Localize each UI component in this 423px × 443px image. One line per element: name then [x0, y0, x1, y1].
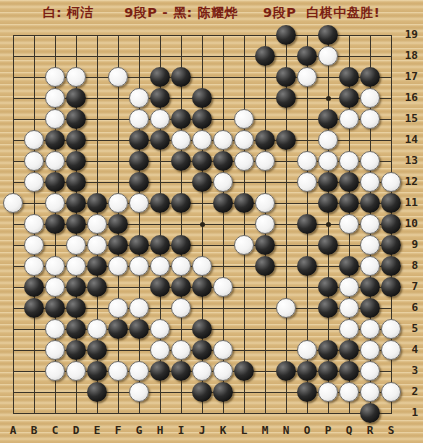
- black-stone-P4[interactable]: [318, 340, 338, 360]
- black-stone-O18[interactable]: [297, 46, 317, 66]
- black-stone-N19[interactable]: [276, 25, 296, 45]
- black-stone-O3[interactable]: [297, 361, 317, 381]
- black-stone-D14[interactable]: [66, 130, 86, 150]
- white-stone-F8[interactable]: [108, 256, 128, 276]
- black-stone-D7[interactable]: [66, 277, 86, 297]
- black-stone-M14[interactable]: [255, 130, 275, 150]
- white-stone-L14[interactable]: [234, 130, 254, 150]
- black-stone-D12[interactable]: [66, 172, 86, 192]
- white-stone-R8[interactable]: [360, 256, 380, 276]
- white-stone-D9[interactable]: [66, 235, 86, 255]
- white-stone-G8[interactable]: [129, 256, 149, 276]
- black-stone-J12[interactable]: [192, 172, 212, 192]
- black-stone-O2[interactable]: [297, 382, 317, 402]
- white-stone-I8[interactable]: [171, 256, 191, 276]
- black-stone-I3[interactable]: [171, 361, 191, 381]
- column-label-O: O: [297, 424, 317, 437]
- white-stone-Q7[interactable]: [339, 277, 359, 297]
- white-stone-G6[interactable]: [129, 298, 149, 318]
- black-stone-B7[interactable]: [24, 277, 44, 297]
- white-stone-C17[interactable]: [45, 67, 65, 87]
- white-stone-C4[interactable]: [45, 340, 65, 360]
- black-stone-K11[interactable]: [213, 193, 233, 213]
- row-label-10: 10: [400, 217, 418, 230]
- black-stone-C14[interactable]: [45, 130, 65, 150]
- column-label-D: D: [66, 424, 86, 437]
- white-stone-L15[interactable]: [234, 109, 254, 129]
- black-stone-D6[interactable]: [66, 298, 86, 318]
- column-label-A: A: [3, 424, 23, 437]
- white-stone-S5[interactable]: [381, 319, 401, 339]
- white-stone-I14[interactable]: [171, 130, 191, 150]
- grid-line-horizontal: [13, 413, 392, 414]
- black-stone-M18[interactable]: [255, 46, 275, 66]
- black-stone-K2[interactable]: [213, 382, 233, 402]
- white-stone-B14[interactable]: [24, 130, 44, 150]
- white-stone-A11[interactable]: [3, 193, 23, 213]
- black-stone-E8[interactable]: [87, 256, 107, 276]
- black-stone-Q12[interactable]: [339, 172, 359, 192]
- column-label-P: P: [318, 424, 338, 437]
- white-stone-Q13[interactable]: [339, 151, 359, 171]
- black-stone-R17[interactable]: [360, 67, 380, 87]
- black-stone-I17[interactable]: [171, 67, 191, 87]
- white-stone-C3[interactable]: [45, 361, 65, 381]
- white-stone-B13[interactable]: [24, 151, 44, 171]
- white-stone-L13[interactable]: [234, 151, 254, 171]
- black-stone-G5[interactable]: [129, 319, 149, 339]
- black-stone-G13[interactable]: [129, 151, 149, 171]
- black-stone-S10[interactable]: [381, 214, 401, 234]
- row-label-9: 9: [400, 238, 418, 251]
- row-label-7: 7: [400, 280, 418, 293]
- black-stone-N16[interactable]: [276, 88, 296, 108]
- white-stone-R4[interactable]: [360, 340, 380, 360]
- black-stone-S7[interactable]: [381, 277, 401, 297]
- row-label-17: 17: [400, 70, 418, 83]
- row-label-14: 14: [400, 133, 418, 146]
- column-label-H: H: [150, 424, 170, 437]
- white-stone-B10[interactable]: [24, 214, 44, 234]
- black-stone-F9[interactable]: [108, 235, 128, 255]
- white-stone-B12[interactable]: [24, 172, 44, 192]
- white-stone-F17[interactable]: [108, 67, 128, 87]
- white-stone-R15[interactable]: [360, 109, 380, 129]
- white-stone-I4[interactable]: [171, 340, 191, 360]
- row-label-12: 12: [400, 175, 418, 188]
- black-stone-Q8[interactable]: [339, 256, 359, 276]
- black-stone-R6[interactable]: [360, 298, 380, 318]
- white-stone-B9[interactable]: [24, 235, 44, 255]
- column-label-C: C: [45, 424, 65, 437]
- row-label-1: 1: [400, 406, 418, 419]
- white-stone-G16[interactable]: [129, 88, 149, 108]
- black-stone-M8[interactable]: [255, 256, 275, 276]
- row-label-13: 13: [400, 154, 418, 167]
- black-stone-I13[interactable]: [171, 151, 191, 171]
- white-stone-D3[interactable]: [66, 361, 86, 381]
- row-label-4: 4: [400, 343, 418, 356]
- black-stone-Q4[interactable]: [339, 340, 359, 360]
- black-stone-B6[interactable]: [24, 298, 44, 318]
- white-stone-O4[interactable]: [297, 340, 317, 360]
- black-stone-J5[interactable]: [192, 319, 212, 339]
- white-stone-D8[interactable]: [66, 256, 86, 276]
- white-stone-S12[interactable]: [381, 172, 401, 192]
- column-label-F: F: [108, 424, 128, 437]
- row-label-5: 5: [400, 322, 418, 335]
- column-label-N: N: [276, 424, 296, 437]
- row-label-11: 11: [400, 196, 418, 209]
- white-stone-M11[interactable]: [255, 193, 275, 213]
- black-stone-I11[interactable]: [171, 193, 191, 213]
- white-stone-F3[interactable]: [108, 361, 128, 381]
- black-stone-L11[interactable]: [234, 193, 254, 213]
- black-stone-Q16[interactable]: [339, 88, 359, 108]
- row-label-3: 3: [400, 364, 418, 377]
- white-stone-G15[interactable]: [129, 109, 149, 129]
- white-stone-C15[interactable]: [45, 109, 65, 129]
- black-stone-K13[interactable]: [213, 151, 233, 171]
- white-stone-H4[interactable]: [150, 340, 170, 360]
- black-stone-H16[interactable]: [150, 88, 170, 108]
- black-stone-R7[interactable]: [360, 277, 380, 297]
- black-stone-C10[interactable]: [45, 214, 65, 234]
- go-board-viewer: 白: 柯洁 9段P - 黑: 陈耀烨 9段P 白棋中盘胜! ABCDEFGHIJ…: [0, 0, 423, 443]
- white-stone-R16[interactable]: [360, 88, 380, 108]
- star-point: [326, 222, 331, 227]
- black-stone-D4[interactable]: [66, 340, 86, 360]
- white-stone-J3[interactable]: [192, 361, 212, 381]
- white-stone-Q5[interactable]: [339, 319, 359, 339]
- black-stone-J16[interactable]: [192, 88, 212, 108]
- row-label-15: 15: [400, 112, 418, 125]
- grid-line-vertical: [244, 35, 245, 414]
- black-stone-P7[interactable]: [318, 277, 338, 297]
- black-stone-O8[interactable]: [297, 256, 317, 276]
- row-label-16: 16: [400, 91, 418, 104]
- white-stone-C5[interactable]: [45, 319, 65, 339]
- white-stone-K7[interactable]: [213, 277, 233, 297]
- white-stone-R2[interactable]: [360, 382, 380, 402]
- row-label-8: 8: [400, 259, 418, 272]
- white-stone-H8[interactable]: [150, 256, 170, 276]
- black-stone-I9[interactable]: [171, 235, 191, 255]
- white-stone-F11[interactable]: [108, 193, 128, 213]
- white-stone-R3[interactable]: [360, 361, 380, 381]
- column-label-L: L: [234, 424, 254, 437]
- column-label-B: B: [24, 424, 44, 437]
- white-stone-E5[interactable]: [87, 319, 107, 339]
- column-label-G: G: [129, 424, 149, 437]
- white-stone-O17[interactable]: [297, 67, 317, 87]
- white-stone-K4[interactable]: [213, 340, 233, 360]
- white-stone-B8[interactable]: [24, 256, 44, 276]
- black-stone-G9[interactable]: [129, 235, 149, 255]
- white-stone-M10[interactable]: [255, 214, 275, 234]
- black-stone-R11[interactable]: [360, 193, 380, 213]
- black-stone-R1[interactable]: [360, 403, 380, 423]
- white-stone-E10[interactable]: [87, 214, 107, 234]
- black-stone-C6[interactable]: [45, 298, 65, 318]
- black-stone-E7[interactable]: [87, 277, 107, 297]
- column-label-M: M: [255, 424, 275, 437]
- black-stone-S11[interactable]: [381, 193, 401, 213]
- row-label-19: 19: [400, 28, 418, 41]
- black-stone-S9[interactable]: [381, 235, 401, 255]
- column-label-Q: Q: [339, 424, 359, 437]
- white-stone-K3[interactable]: [213, 361, 233, 381]
- black-stone-H14[interactable]: [150, 130, 170, 150]
- white-stone-P14[interactable]: [318, 130, 338, 150]
- column-label-E: E: [87, 424, 107, 437]
- row-label-2: 2: [400, 385, 418, 398]
- black-stone-F10[interactable]: [108, 214, 128, 234]
- black-stone-N17[interactable]: [276, 67, 296, 87]
- white-stone-G3[interactable]: [129, 361, 149, 381]
- star-point: [326, 96, 331, 101]
- black-stone-J7[interactable]: [192, 277, 212, 297]
- black-stone-E11[interactable]: [87, 193, 107, 213]
- black-stone-D5[interactable]: [66, 319, 86, 339]
- black-stone-G12[interactable]: [129, 172, 149, 192]
- white-stone-C11[interactable]: [45, 193, 65, 213]
- black-stone-N14[interactable]: [276, 130, 296, 150]
- white-stone-R10[interactable]: [360, 214, 380, 234]
- column-label-I: I: [171, 424, 191, 437]
- white-stone-R13[interactable]: [360, 151, 380, 171]
- white-stone-C16[interactable]: [45, 88, 65, 108]
- white-stone-E9[interactable]: [87, 235, 107, 255]
- black-stone-P15[interactable]: [318, 109, 338, 129]
- black-stone-D16[interactable]: [66, 88, 86, 108]
- black-stone-H7[interactable]: [150, 277, 170, 297]
- white-stone-P18[interactable]: [318, 46, 338, 66]
- black-stone-I15[interactable]: [171, 109, 191, 129]
- white-stone-M13[interactable]: [255, 151, 275, 171]
- black-stone-G14[interactable]: [129, 130, 149, 150]
- white-stone-G2[interactable]: [129, 382, 149, 402]
- white-stone-P13[interactable]: [318, 151, 338, 171]
- white-stone-S4[interactable]: [381, 340, 401, 360]
- star-point: [200, 222, 205, 227]
- white-stone-H15[interactable]: [150, 109, 170, 129]
- white-stone-I6[interactable]: [171, 298, 191, 318]
- white-stone-Q2[interactable]: [339, 382, 359, 402]
- black-stone-E3[interactable]: [87, 361, 107, 381]
- white-stone-L9[interactable]: [234, 235, 254, 255]
- row-label-6: 6: [400, 301, 418, 314]
- white-stone-J14[interactable]: [192, 130, 212, 150]
- white-stone-R5[interactable]: [360, 319, 380, 339]
- black-stone-P12[interactable]: [318, 172, 338, 192]
- black-stone-S8[interactable]: [381, 256, 401, 276]
- white-stone-R12[interactable]: [360, 172, 380, 192]
- column-label-S: S: [381, 424, 401, 437]
- go-board[interactable]: ABCDEFGHIJKLMNOPQRS191817161514131211109…: [0, 0, 423, 443]
- column-label-J: J: [192, 424, 212, 437]
- white-stone-Q6[interactable]: [339, 298, 359, 318]
- black-stone-D11[interactable]: [66, 193, 86, 213]
- black-stone-E4[interactable]: [87, 340, 107, 360]
- black-stone-J15[interactable]: [192, 109, 212, 129]
- column-label-K: K: [213, 424, 233, 437]
- white-stone-R9[interactable]: [360, 235, 380, 255]
- white-stone-O13[interactable]: [297, 151, 317, 171]
- black-stone-F5[interactable]: [108, 319, 128, 339]
- black-stone-Q17[interactable]: [339, 67, 359, 87]
- black-stone-Q11[interactable]: [339, 193, 359, 213]
- white-stone-C13[interactable]: [45, 151, 65, 171]
- black-stone-Q3[interactable]: [339, 361, 359, 381]
- black-stone-H11[interactable]: [150, 193, 170, 213]
- white-stone-S2[interactable]: [381, 382, 401, 402]
- black-stone-H9[interactable]: [150, 235, 170, 255]
- black-stone-D13[interactable]: [66, 151, 86, 171]
- white-stone-N6[interactable]: [276, 298, 296, 318]
- white-stone-Q10[interactable]: [339, 214, 359, 234]
- white-stone-H5[interactable]: [150, 319, 170, 339]
- white-stone-J8[interactable]: [192, 256, 212, 276]
- black-stone-O10[interactable]: [297, 214, 317, 234]
- white-stone-P2[interactable]: [318, 382, 338, 402]
- black-stone-D10[interactable]: [66, 214, 86, 234]
- black-stone-J2[interactable]: [192, 382, 212, 402]
- white-stone-C8[interactable]: [45, 256, 65, 276]
- black-stone-C12[interactable]: [45, 172, 65, 192]
- black-stone-D15[interactable]: [66, 109, 86, 129]
- black-stone-N3[interactable]: [276, 361, 296, 381]
- white-stone-D17[interactable]: [66, 67, 86, 87]
- black-stone-I7[interactable]: [171, 277, 191, 297]
- black-stone-P6[interactable]: [318, 298, 338, 318]
- white-stone-O12[interactable]: [297, 172, 317, 192]
- row-label-18: 18: [400, 49, 418, 62]
- black-stone-H17[interactable]: [150, 67, 170, 87]
- black-stone-M9[interactable]: [255, 235, 275, 255]
- black-stone-P9[interactable]: [318, 235, 338, 255]
- white-stone-C7[interactable]: [45, 277, 65, 297]
- black-stone-J13[interactable]: [192, 151, 212, 171]
- black-stone-P19[interactable]: [318, 25, 338, 45]
- white-stone-Q15[interactable]: [339, 109, 359, 129]
- black-stone-P11[interactable]: [318, 193, 338, 213]
- white-stone-F6[interactable]: [108, 298, 128, 318]
- white-stone-G11[interactable]: [129, 193, 149, 213]
- black-stone-J4[interactable]: [192, 340, 212, 360]
- black-stone-P3[interactable]: [318, 361, 338, 381]
- column-label-R: R: [360, 424, 380, 437]
- white-stone-K12[interactable]: [213, 172, 233, 192]
- black-stone-L3[interactable]: [234, 361, 254, 381]
- white-stone-K14[interactable]: [213, 130, 233, 150]
- black-stone-E2[interactable]: [87, 382, 107, 402]
- black-stone-H3[interactable]: [150, 361, 170, 381]
